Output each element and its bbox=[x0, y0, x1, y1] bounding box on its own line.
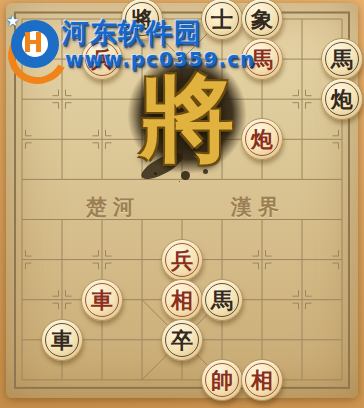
piece-black-horse[interactable]: 馬 bbox=[321, 38, 363, 80]
watermark-site-url: www.pc0359.cn bbox=[65, 47, 255, 71]
xiangqi-game-screen: 楚河 漢界 將士象兵馬馬炮炮兵車相馬車卒帥相 將 ★ 河东软件园 www.pc0… bbox=[0, 0, 364, 408]
piece-glyph: 馬 bbox=[331, 48, 353, 70]
piece-black-soldier[interactable]: 卒 bbox=[161, 319, 203, 361]
piece-glyph: 車 bbox=[91, 289, 113, 311]
piece-red-soldier[interactable]: 兵 bbox=[161, 239, 203, 281]
piece-glyph: 帥 bbox=[211, 369, 233, 391]
star-icon: ★ bbox=[6, 12, 19, 30]
piece-black-cannon[interactable]: 炮 bbox=[321, 78, 363, 120]
piece-glyph: 士 bbox=[211, 8, 233, 30]
check-banner-text: 將 bbox=[127, 54, 247, 182]
piece-red-cannon[interactable]: 炮 bbox=[241, 118, 283, 160]
piece-black-horse[interactable]: 馬 bbox=[201, 279, 243, 321]
piece-red-elephant[interactable]: 相 bbox=[161, 279, 203, 321]
piece-red-elephant[interactable]: 相 bbox=[241, 359, 283, 401]
watermark-site-name: 河东软件园 bbox=[62, 15, 202, 51]
site-logo-icon: ★ bbox=[4, 14, 62, 72]
piece-black-elephant[interactable]: 象 bbox=[241, 0, 283, 40]
piece-red-general[interactable]: 帥 bbox=[201, 359, 243, 401]
piece-glyph: 卒 bbox=[171, 329, 193, 351]
piece-glyph: 相 bbox=[251, 369, 273, 391]
piece-glyph: 相 bbox=[171, 289, 193, 311]
piece-red-chariot[interactable]: 車 bbox=[81, 279, 123, 321]
piece-glyph: 炮 bbox=[251, 128, 273, 150]
piece-glyph: 象 bbox=[251, 8, 273, 30]
piece-glyph: 炮 bbox=[331, 88, 353, 110]
piece-glyph: 車 bbox=[51, 329, 73, 351]
piece-glyph: 馬 bbox=[211, 289, 233, 311]
piece-black-advisor[interactable]: 士 bbox=[201, 0, 243, 40]
check-banner: 將 bbox=[127, 54, 247, 182]
piece-black-chariot[interactable]: 車 bbox=[41, 319, 83, 361]
piece-glyph: 兵 bbox=[171, 249, 193, 271]
